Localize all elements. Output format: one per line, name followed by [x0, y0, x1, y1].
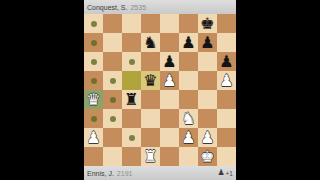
square-e6[interactable]: ♟ [160, 52, 179, 71]
legal-move-dot[interactable] [91, 21, 97, 27]
black-pawn[interactable]: ♟ [198, 33, 217, 52]
square-e4[interactable] [160, 90, 179, 109]
square-h2[interactable] [217, 128, 236, 147]
tv-broadcast-frame: Conquest, S. 2535 ♚♞♟♟♟♟♛♟♟♛♜♞♟♟♟♜♚ Enni… [0, 0, 320, 180]
square-f5[interactable] [179, 71, 198, 90]
bottom-player-name: Ennis, J. [87, 170, 114, 177]
legal-move-dot[interactable] [91, 116, 97, 122]
black-queen[interactable]: ♛ [141, 71, 160, 90]
white-king[interactable]: ♚ [198, 147, 217, 166]
square-a3[interactable] [84, 109, 103, 128]
square-f8[interactable] [179, 14, 198, 33]
square-a7[interactable] [84, 33, 103, 52]
square-h4[interactable] [217, 90, 236, 109]
square-c1[interactable] [122, 147, 141, 166]
square-a6[interactable] [84, 52, 103, 71]
square-g4[interactable] [198, 90, 217, 109]
square-b7[interactable] [103, 33, 122, 52]
square-b5[interactable] [103, 71, 122, 90]
white-queen[interactable]: ♛ [84, 90, 103, 109]
legal-move-dot[interactable] [110, 78, 116, 84]
square-h3[interactable] [217, 109, 236, 128]
square-h6[interactable]: ♟ [217, 52, 236, 71]
square-e8[interactable] [160, 14, 179, 33]
game-panel: Conquest, S. 2535 ♚♞♟♟♟♟♛♟♟♛♜♞♟♟♟♜♚ Enni… [84, 0, 236, 180]
bottom-player-rating: 2191 [117, 170, 133, 177]
square-a1[interactable] [84, 147, 103, 166]
white-pawn[interactable]: ♟ [179, 128, 198, 147]
square-d1[interactable]: ♜ [141, 147, 160, 166]
square-c7[interactable] [122, 33, 141, 52]
white-pawn[interactable]: ♟ [198, 128, 217, 147]
square-e7[interactable] [160, 33, 179, 52]
top-player-rating: 2535 [130, 4, 146, 11]
square-c8[interactable] [122, 14, 141, 33]
square-d8[interactable] [141, 14, 160, 33]
white-rook[interactable]: ♜ [141, 147, 160, 166]
captured-pawn-icon: ♟ [217, 169, 224, 177]
legal-move-dot[interactable] [110, 97, 116, 103]
black-pawn[interactable]: ♟ [179, 33, 198, 52]
square-c2[interactable] [122, 128, 141, 147]
white-pawn[interactable]: ♟ [217, 71, 236, 90]
square-d7[interactable]: ♞ [141, 33, 160, 52]
top-player-bar: Conquest, S. 2535 [84, 0, 236, 14]
square-a8[interactable] [84, 14, 103, 33]
legal-move-dot[interactable] [110, 116, 116, 122]
square-g8[interactable]: ♚ [198, 14, 217, 33]
square-f6[interactable] [179, 52, 198, 71]
legal-move-dot[interactable] [129, 59, 135, 65]
square-g1[interactable]: ♚ [198, 147, 217, 166]
square-f4[interactable] [179, 90, 198, 109]
square-g5[interactable] [198, 71, 217, 90]
black-king[interactable]: ♚ [198, 14, 217, 33]
legal-move-dot[interactable] [91, 59, 97, 65]
square-b3[interactable] [103, 109, 122, 128]
square-c6[interactable] [122, 52, 141, 71]
square-f7[interactable]: ♟ [179, 33, 198, 52]
square-g3[interactable] [198, 109, 217, 128]
square-a5[interactable] [84, 71, 103, 90]
square-e5[interactable]: ♟ [160, 71, 179, 90]
black-rook[interactable]: ♜ [122, 90, 141, 109]
square-h1[interactable] [217, 147, 236, 166]
black-knight[interactable]: ♞ [141, 33, 160, 52]
square-b2[interactable] [103, 128, 122, 147]
square-c4[interactable]: ♜ [122, 90, 141, 109]
square-c3[interactable] [122, 109, 141, 128]
square-h8[interactable] [217, 14, 236, 33]
bottom-player-bar: Ennis, J. 2191 ♟ +1 [84, 166, 236, 180]
square-e3[interactable] [160, 109, 179, 128]
square-f1[interactable] [179, 147, 198, 166]
square-b4[interactable] [103, 90, 122, 109]
material-advantage: ♟ +1 [217, 169, 233, 177]
square-d4[interactable] [141, 90, 160, 109]
top-player-name: Conquest, S. [87, 4, 127, 11]
square-a4[interactable]: ♛ [84, 90, 103, 109]
square-g2[interactable]: ♟ [198, 128, 217, 147]
square-b1[interactable] [103, 147, 122, 166]
square-a2[interactable]: ♟ [84, 128, 103, 147]
square-b8[interactable] [103, 14, 122, 33]
black-pawn[interactable]: ♟ [217, 52, 236, 71]
square-c5[interactable] [122, 71, 141, 90]
legal-move-dot[interactable] [91, 78, 97, 84]
white-knight[interactable]: ♞ [179, 109, 198, 128]
square-d6[interactable] [141, 52, 160, 71]
material-advantage-value: +1 [226, 170, 233, 177]
square-b6[interactable] [103, 52, 122, 71]
chess-board[interactable]: ♚♞♟♟♟♟♛♟♟♛♜♞♟♟♟♜♚ [84, 14, 236, 166]
square-d5[interactable]: ♛ [141, 71, 160, 90]
square-g7[interactable]: ♟ [198, 33, 217, 52]
square-g6[interactable] [198, 52, 217, 71]
square-e1[interactable] [160, 147, 179, 166]
square-h7[interactable] [217, 33, 236, 52]
white-pawn[interactable]: ♟ [160, 71, 179, 90]
white-pawn[interactable]: ♟ [84, 128, 103, 147]
square-f3[interactable]: ♞ [179, 109, 198, 128]
square-e2[interactable] [160, 128, 179, 147]
square-h5[interactable]: ♟ [217, 71, 236, 90]
legal-move-dot[interactable] [91, 40, 97, 46]
legal-move-dot[interactable] [129, 135, 135, 141]
square-d3[interactable] [141, 109, 160, 128]
black-pawn[interactable]: ♟ [160, 52, 179, 71]
square-f2[interactable]: ♟ [179, 128, 198, 147]
square-d2[interactable] [141, 128, 160, 147]
